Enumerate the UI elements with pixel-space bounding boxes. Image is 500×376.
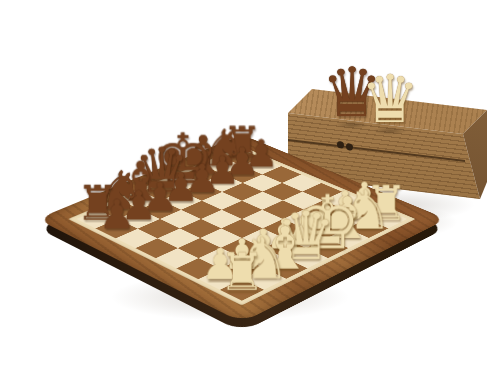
square-f7 [202,174,242,191]
square-g6 [242,174,282,191]
black-pawn-icon: ♟ [224,134,299,172]
square-d7 [161,192,202,210]
black-pawn-icon: ♟ [184,151,261,189]
square-e7 [182,183,222,201]
square-h8 [223,150,262,166]
chess-set-photo: ♛ ♛ ♜♞♝♛♚♝♞♜♟♟♟♟♟♟♟♟♟♟♟♟♟♟♟♟♜♞♝♛♚♝♞♜ [0,0,500,376]
square-e8 [163,174,203,191]
board-scene: ♜♞♝♛♚♝♞♜♟♟♟♟♟♟♟♟♟♟♟♟♟♟♟♟♜♞♝♛♚♝♞♜ [0,0,500,376]
square-g8 [203,158,242,175]
square-g7 [222,166,261,183]
square-d6 [181,201,222,219]
black-rook-icon: ♜ [205,120,280,165]
pieces-layer: ♜♞♝♛♚♝♞♜♟♟♟♟♟♟♟♟♟♟♟♟♟♟♟♟♜♞♝♛♚♝♞♜ [77,150,408,301]
square-f6 [222,183,262,201]
square-h7 [242,158,281,175]
black-knight-icon: ♞ [185,123,260,174]
square-f8 [183,166,222,183]
chessboard: ♜♞♝♛♚♝♞♜♟♟♟♟♟♟♟♟♟♟♟♟♟♟♟♟♜♞♝♛♚♝♞♜ [37,134,447,322]
black-bishop-icon: ♝ [165,130,241,183]
black-king-icon: ♚ [144,125,221,194]
square-e6 [201,192,242,210]
black-pawn-icon: ♟ [163,159,241,198]
black-pawn-icon: ♟ [204,142,280,180]
